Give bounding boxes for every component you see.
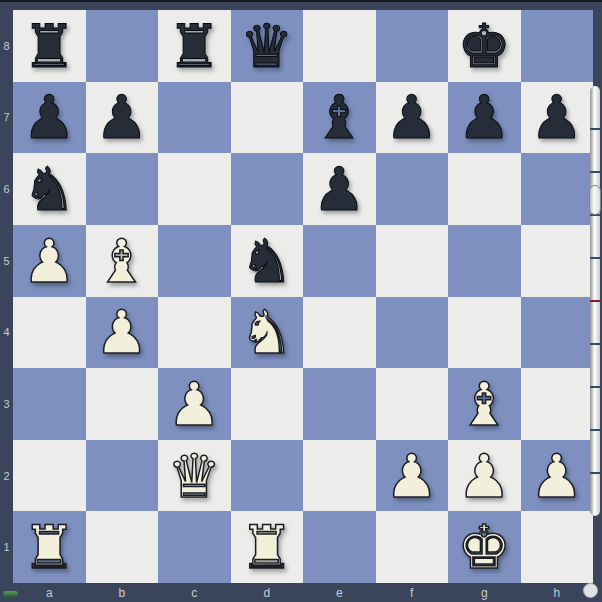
piece-black-pawn[interactable]: ♟: [457, 87, 511, 147]
piece-black-pawn[interactable]: ♟: [312, 159, 366, 219]
square-e3[interactable]: [303, 368, 376, 440]
piece-black-knight[interactable]: ♞: [240, 231, 294, 291]
square-c6[interactable]: [158, 153, 231, 225]
square-c1[interactable]: [158, 511, 231, 583]
piece-black-knight[interactable]: ♞: [22, 159, 76, 219]
board-frame: ♜♜♛♚♟♟♝♟♟♟♞♟♟♝♞♟♞♟♝♛♟♟♟♜♜♚ 87654321 abcd…: [0, 0, 602, 602]
square-a3[interactable]: [13, 368, 86, 440]
square-h8[interactable]: [521, 10, 594, 82]
square-c2[interactable]: ♛: [158, 440, 231, 512]
square-b5[interactable]: ♝: [86, 225, 159, 297]
square-g1[interactable]: ♚: [448, 511, 521, 583]
piece-white-knight[interactable]: ♞: [240, 302, 294, 362]
piece-black-pawn[interactable]: ♟: [530, 87, 584, 147]
piece-black-pawn[interactable]: ♟: [95, 87, 149, 147]
frame-top-line: [0, 0, 602, 2]
square-f8[interactable]: [376, 10, 449, 82]
rank-label-5: 5: [0, 225, 13, 297]
square-a7[interactable]: ♟: [13, 82, 86, 154]
piece-white-pawn[interactable]: ♟: [457, 446, 511, 506]
rank-label-3: 3: [0, 368, 13, 440]
rank-label-1: 1: [0, 511, 13, 583]
eval-tick: [590, 171, 600, 173]
eval-tick: [590, 343, 600, 345]
square-e4[interactable]: [303, 297, 376, 369]
square-d5[interactable]: ♞: [231, 225, 304, 297]
turn-indicator: [3, 591, 18, 597]
square-f2[interactable]: ♟: [376, 440, 449, 512]
square-d7[interactable]: [231, 82, 304, 154]
square-d1[interactable]: ♜: [231, 511, 304, 583]
square-b8[interactable]: [86, 10, 159, 82]
corner-circle-button[interactable]: [583, 583, 598, 598]
square-h6[interactable]: [521, 153, 594, 225]
piece-white-pawn[interactable]: ♟: [167, 374, 221, 434]
piece-white-rook[interactable]: ♜: [240, 517, 294, 577]
file-label-d: d: [231, 583, 304, 602]
eval-slider-thumb[interactable]: [589, 185, 601, 215]
piece-white-queen[interactable]: ♛: [167, 446, 221, 506]
piece-white-pawn[interactable]: ♟: [385, 446, 439, 506]
eval-tick: [590, 128, 600, 130]
file-label-a: a: [13, 583, 86, 602]
square-h1[interactable]: [521, 511, 594, 583]
square-g8[interactable]: ♚: [448, 10, 521, 82]
piece-white-pawn[interactable]: ♟: [95, 302, 149, 362]
square-b7[interactable]: ♟: [86, 82, 159, 154]
square-h4[interactable]: [521, 297, 594, 369]
rank-label-2: 2: [0, 440, 13, 512]
square-f7[interactable]: ♟: [376, 82, 449, 154]
rank-label-4: 4: [0, 297, 13, 369]
eval-slider-track[interactable]: [590, 86, 600, 516]
rank-labels: 87654321: [0, 10, 13, 583]
square-f3[interactable]: [376, 368, 449, 440]
square-f4[interactable]: [376, 297, 449, 369]
piece-black-king[interactable]: ♚: [457, 16, 511, 76]
piece-black-bishop[interactable]: ♝: [312, 87, 366, 147]
piece-black-queen[interactable]: ♛: [240, 16, 294, 76]
square-d8[interactable]: ♛: [231, 10, 304, 82]
square-g3[interactable]: ♝: [448, 368, 521, 440]
square-d2[interactable]: [231, 440, 304, 512]
piece-white-king[interactable]: ♚: [457, 517, 511, 577]
square-g7[interactable]: ♟: [448, 82, 521, 154]
file-label-f: f: [376, 583, 449, 602]
file-label-e: e: [303, 583, 376, 602]
chess-board: ♜♜♛♚♟♟♝♟♟♟♞♟♟♝♞♟♞♟♝♛♟♟♟♜♜♚: [13, 10, 593, 583]
piece-white-rook[interactable]: ♜: [22, 517, 76, 577]
square-a6[interactable]: ♞: [13, 153, 86, 225]
rank-label-6: 6: [0, 153, 13, 225]
square-c7[interactable]: [158, 82, 231, 154]
file-label-g: g: [448, 583, 521, 602]
square-b3[interactable]: [86, 368, 159, 440]
eval-mid-tick: [590, 300, 600, 302]
square-h3[interactable]: [521, 368, 594, 440]
square-f5[interactable]: [376, 225, 449, 297]
square-a2[interactable]: [13, 440, 86, 512]
file-label-h: h: [521, 583, 594, 602]
piece-white-bishop[interactable]: ♝: [457, 374, 511, 434]
square-a4[interactable]: [13, 297, 86, 369]
square-d4[interactable]: ♞: [231, 297, 304, 369]
square-b1[interactable]: [86, 511, 159, 583]
square-f6[interactable]: [376, 153, 449, 225]
square-e7[interactable]: ♝: [303, 82, 376, 154]
square-f1[interactable]: [376, 511, 449, 583]
square-h2[interactable]: ♟: [521, 440, 594, 512]
rank-label-7: 7: [0, 82, 13, 154]
piece-white-bishop[interactable]: ♝: [95, 231, 149, 291]
piece-black-pawn[interactable]: ♟: [22, 87, 76, 147]
piece-white-pawn[interactable]: ♟: [22, 231, 76, 291]
square-e8[interactable]: [303, 10, 376, 82]
square-h5[interactable]: [521, 225, 594, 297]
square-c4[interactable]: [158, 297, 231, 369]
square-h7[interactable]: ♟: [521, 82, 594, 154]
square-e2[interactable]: [303, 440, 376, 512]
square-e5[interactable]: [303, 225, 376, 297]
square-g4[interactable]: [448, 297, 521, 369]
file-label-c: c: [158, 583, 231, 602]
square-d3[interactable]: [231, 368, 304, 440]
piece-black-rook[interactable]: ♜: [22, 16, 76, 76]
eval-tick: [590, 472, 600, 474]
eval-tick: [590, 386, 600, 388]
square-c5[interactable]: [158, 225, 231, 297]
piece-black-rook[interactable]: ♜: [167, 16, 221, 76]
square-c8[interactable]: ♜: [158, 10, 231, 82]
square-b6[interactable]: [86, 153, 159, 225]
square-d6[interactable]: [231, 153, 304, 225]
rank-label-8: 8: [0, 10, 13, 82]
square-b2[interactable]: [86, 440, 159, 512]
square-c3[interactable]: ♟: [158, 368, 231, 440]
piece-white-pawn[interactable]: ♟: [530, 446, 584, 506]
square-e1[interactable]: [303, 511, 376, 583]
square-e6[interactable]: ♟: [303, 153, 376, 225]
square-a5[interactable]: ♟: [13, 225, 86, 297]
square-a1[interactable]: ♜: [13, 511, 86, 583]
eval-tick: [590, 257, 600, 259]
square-g5[interactable]: [448, 225, 521, 297]
square-a8[interactable]: ♜: [13, 10, 86, 82]
file-label-b: b: [86, 583, 159, 602]
square-b4[interactable]: ♟: [86, 297, 159, 369]
file-labels: abcdefgh: [13, 583, 593, 602]
square-g6[interactable]: [448, 153, 521, 225]
piece-black-pawn[interactable]: ♟: [385, 87, 439, 147]
eval-tick: [590, 429, 600, 431]
square-g2[interactable]: ♟: [448, 440, 521, 512]
